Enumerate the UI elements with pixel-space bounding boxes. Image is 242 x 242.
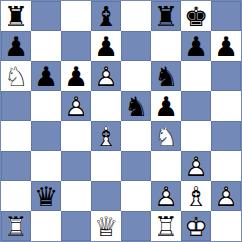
square-f4[interactable]: ♞♘ xyxy=(151,121,181,151)
square-b1[interactable] xyxy=(31,211,61,241)
square-c8[interactable] xyxy=(61,1,91,31)
square-c4[interactable] xyxy=(61,121,91,151)
piece-white-rook: ♖ xyxy=(1,211,31,241)
piece-black-bishop: ♝ xyxy=(91,1,121,31)
square-e7[interactable] xyxy=(121,31,151,61)
piece-black-knight: ♞ xyxy=(151,61,181,91)
square-a5[interactable] xyxy=(1,91,31,121)
piece-white-rook-fill: ♜ xyxy=(151,211,181,241)
piece-white-king-fill: ♚ xyxy=(181,211,211,241)
piece-white-bishop: ♗ xyxy=(91,121,121,151)
piece-white-pawn-fill: ♟ xyxy=(181,151,211,181)
square-f5[interactable]: ♟ xyxy=(151,91,181,121)
square-b8[interactable] xyxy=(31,1,61,31)
square-b6[interactable]: ♟ xyxy=(31,61,61,91)
square-h8[interactable] xyxy=(211,1,241,31)
chess-board: ♜♝♜♚♟♟♟♟♞♘♟♟♟♙♞♟♙♞♟♝♗♞♘♟♙♛♟♙♝♗♟♙♜♖♛♕♜♖♚♔ xyxy=(0,0,242,242)
square-a4[interactable] xyxy=(1,121,31,151)
square-g4[interactable] xyxy=(181,121,211,151)
square-h5[interactable] xyxy=(211,91,241,121)
square-d8[interactable]: ♝ xyxy=(91,1,121,31)
square-g5[interactable] xyxy=(181,91,211,121)
piece-black-rook: ♜ xyxy=(151,1,181,31)
piece-white-pawn-fill: ♟ xyxy=(61,91,91,121)
square-f3[interactable] xyxy=(151,151,181,181)
piece-black-pawn: ♟ xyxy=(61,61,91,91)
square-a7[interactable]: ♟ xyxy=(1,31,31,61)
square-h4[interactable] xyxy=(211,121,241,151)
square-b4[interactable] xyxy=(31,121,61,151)
piece-white-knight-fill: ♞ xyxy=(151,121,181,151)
piece-white-pawn-fill: ♟ xyxy=(91,61,121,91)
square-g3[interactable]: ♟♙ xyxy=(181,151,211,181)
piece-black-pawn: ♟ xyxy=(181,31,211,61)
square-b5[interactable] xyxy=(31,91,61,121)
piece-white-bishop-fill: ♝ xyxy=(181,181,211,211)
square-g2[interactable]: ♝♗ xyxy=(181,181,211,211)
piece-white-bishop-fill: ♝ xyxy=(91,121,121,151)
piece-white-rook: ♖ xyxy=(151,211,181,241)
square-e1[interactable] xyxy=(121,211,151,241)
square-e2[interactable] xyxy=(121,181,151,211)
square-e4[interactable] xyxy=(121,121,151,151)
piece-white-pawn: ♙ xyxy=(91,61,121,91)
square-c7[interactable] xyxy=(61,31,91,61)
square-d3[interactable] xyxy=(91,151,121,181)
square-d4[interactable]: ♝♗ xyxy=(91,121,121,151)
square-e8[interactable] xyxy=(121,1,151,31)
square-c5[interactable]: ♟♙ xyxy=(61,91,91,121)
piece-white-pawn: ♙ xyxy=(181,151,211,181)
piece-black-pawn: ♟ xyxy=(1,31,31,61)
square-f6[interactable]: ♞ xyxy=(151,61,181,91)
square-a2[interactable] xyxy=(1,181,31,211)
square-h2[interactable]: ♟♙ xyxy=(211,181,241,211)
piece-black-knight: ♞ xyxy=(121,91,151,121)
square-f2[interactable]: ♟♙ xyxy=(151,181,181,211)
square-h1[interactable] xyxy=(211,211,241,241)
square-g8[interactable]: ♚ xyxy=(181,1,211,31)
piece-white-bishop: ♗ xyxy=(181,181,211,211)
square-d5[interactable] xyxy=(91,91,121,121)
square-b3[interactable] xyxy=(31,151,61,181)
piece-black-pawn: ♟ xyxy=(91,31,121,61)
piece-white-rook-fill: ♜ xyxy=(1,211,31,241)
piece-white-pawn: ♙ xyxy=(211,181,241,211)
piece-white-king: ♔ xyxy=(181,211,211,241)
square-g7[interactable]: ♟ xyxy=(181,31,211,61)
square-d1[interactable]: ♛♕ xyxy=(91,211,121,241)
piece-black-queen: ♛ xyxy=(31,181,61,211)
square-c6[interactable]: ♟ xyxy=(61,61,91,91)
square-a1[interactable]: ♜♖ xyxy=(1,211,31,241)
square-a8[interactable]: ♜ xyxy=(1,1,31,31)
square-h7[interactable]: ♟ xyxy=(211,31,241,61)
square-h6[interactable] xyxy=(211,61,241,91)
square-d6[interactable]: ♟♙ xyxy=(91,61,121,91)
piece-white-knight: ♘ xyxy=(1,61,31,91)
square-b2[interactable]: ♛ xyxy=(31,181,61,211)
square-c3[interactable] xyxy=(61,151,91,181)
square-d7[interactable]: ♟ xyxy=(91,31,121,61)
piece-black-pawn: ♟ xyxy=(211,31,241,61)
piece-black-rook: ♜ xyxy=(1,1,31,31)
piece-black-pawn: ♟ xyxy=(31,61,61,91)
piece-white-knight: ♘ xyxy=(151,121,181,151)
square-h3[interactable] xyxy=(211,151,241,181)
piece-white-knight-fill: ♞ xyxy=(1,61,31,91)
piece-white-queen-fill: ♛ xyxy=(91,211,121,241)
square-c1[interactable] xyxy=(61,211,91,241)
square-b7[interactable] xyxy=(31,31,61,61)
square-c2[interactable] xyxy=(61,181,91,211)
square-e3[interactable] xyxy=(121,151,151,181)
piece-white-pawn-fill: ♟ xyxy=(151,181,181,211)
square-d2[interactable] xyxy=(91,181,121,211)
square-g6[interactable] xyxy=(181,61,211,91)
square-e6[interactable] xyxy=(121,61,151,91)
square-f7[interactable] xyxy=(151,31,181,61)
piece-black-king: ♚ xyxy=(181,1,211,31)
piece-white-pawn: ♙ xyxy=(151,181,181,211)
square-e5[interactable]: ♞ xyxy=(121,91,151,121)
piece-white-queen: ♕ xyxy=(91,211,121,241)
square-a6[interactable]: ♞♘ xyxy=(1,61,31,91)
piece-white-pawn: ♙ xyxy=(61,91,91,121)
piece-white-pawn-fill: ♟ xyxy=(211,181,241,211)
square-a3[interactable] xyxy=(1,151,31,181)
square-f8[interactable]: ♜ xyxy=(151,1,181,31)
piece-black-pawn: ♟ xyxy=(151,91,181,121)
square-g1[interactable]: ♚♔ xyxy=(181,211,211,241)
square-f1[interactable]: ♜♖ xyxy=(151,211,181,241)
